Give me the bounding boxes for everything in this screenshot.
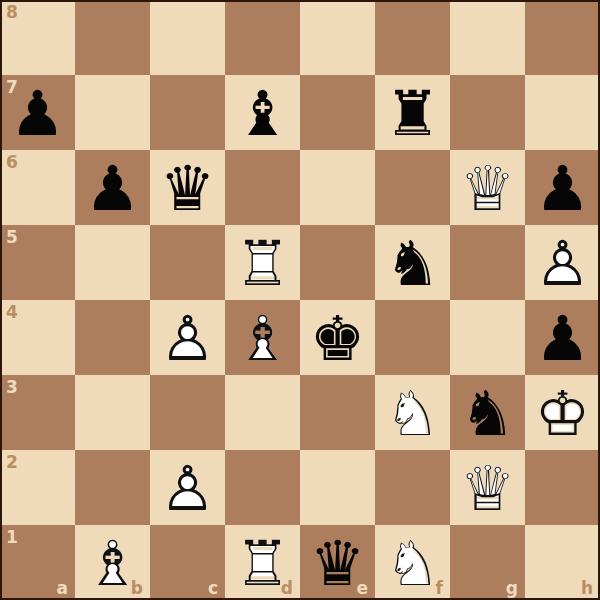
file-label-c: c — [208, 580, 218, 597]
square-g5[interactable] — [450, 225, 525, 300]
piece-black-pawn[interactable]: ♟ — [525, 150, 600, 225]
square-d7[interactable]: ♝ — [225, 75, 300, 150]
piece-black-king[interactable]: ♚ — [300, 300, 375, 375]
square-g8[interactable] — [450, 0, 525, 75]
file-label-h: h — [581, 580, 593, 597]
square-f3[interactable]: ♞♘ — [375, 375, 450, 450]
chess-board: 87♟♝♜6♟♛♛♕♟5♜♖♞♟♙4♟♙♝♗♚♟3♞♘♞♚♔2♟♙♛♕1ab♝♗… — [0, 0, 600, 600]
piece-white-king[interactable]: ♚♔ — [525, 375, 600, 450]
square-b3[interactable] — [75, 375, 150, 450]
black-knight-icon: ♞ — [375, 226, 450, 301]
square-h2[interactable] — [525, 450, 600, 525]
piece-white-bishop[interactable]: ♝♗ — [75, 525, 150, 600]
white-rook-outline-icon: ♖ — [225, 226, 300, 301]
square-h8[interactable] — [525, 0, 600, 75]
black-king-icon: ♚ — [300, 301, 375, 376]
square-f5[interactable]: ♞ — [375, 225, 450, 300]
square-h1[interactable]: h — [525, 525, 600, 600]
square-g4[interactable] — [450, 300, 525, 375]
square-d3[interactable] — [225, 375, 300, 450]
square-f4[interactable] — [375, 300, 450, 375]
black-queen-icon: ♛ — [300, 526, 375, 600]
white-knight-outline-icon: ♘ — [375, 376, 450, 451]
square-g6[interactable]: ♛♕ — [450, 150, 525, 225]
black-pawn-icon: ♟ — [0, 76, 75, 151]
square-a8[interactable]: 8 — [0, 0, 75, 75]
square-h7[interactable] — [525, 75, 600, 150]
piece-black-queen[interactable]: ♛ — [300, 525, 375, 600]
square-g7[interactable] — [450, 75, 525, 150]
square-a7[interactable]: 7♟ — [0, 75, 75, 150]
piece-white-pawn[interactable]: ♟♙ — [150, 450, 225, 525]
square-f2[interactable] — [375, 450, 450, 525]
square-a3[interactable]: 3 — [0, 375, 75, 450]
square-b2[interactable] — [75, 450, 150, 525]
square-a1[interactable]: 1a — [0, 525, 75, 600]
square-a6[interactable]: 6 — [0, 150, 75, 225]
chess-puzzle-screenshot: 87♟♝♜6♟♛♛♕♟5♜♖♞♟♙4♟♙♝♗♚♟3♞♘♞♚♔2♟♙♛♕1ab♝♗… — [0, 0, 600, 600]
square-b5[interactable] — [75, 225, 150, 300]
white-bishop-outline-icon: ♗ — [75, 526, 150, 600]
square-d8[interactable] — [225, 0, 300, 75]
square-e1[interactable]: e♛ — [300, 525, 375, 600]
rank-label-5: 5 — [6, 229, 18, 246]
piece-white-rook[interactable]: ♜♖ — [225, 525, 300, 600]
square-b1[interactable]: b♝♗ — [75, 525, 150, 600]
piece-white-knight[interactable]: ♞♘ — [375, 375, 450, 450]
square-h6[interactable]: ♟ — [525, 150, 600, 225]
square-c3[interactable] — [150, 375, 225, 450]
piece-white-bishop[interactable]: ♝♗ — [225, 300, 300, 375]
rank-label-2: 2 — [6, 454, 18, 471]
white-queen-outline-icon: ♕ — [450, 151, 525, 226]
file-label-g: g — [506, 580, 518, 597]
square-b7[interactable] — [75, 75, 150, 150]
piece-white-rook[interactable]: ♜♖ — [225, 225, 300, 300]
rank-label-4: 4 — [6, 304, 18, 321]
black-queen-icon: ♛ — [150, 151, 225, 226]
square-a4[interactable]: 4 — [0, 300, 75, 375]
square-e4[interactable]: ♚ — [300, 300, 375, 375]
square-c5[interactable] — [150, 225, 225, 300]
piece-black-knight[interactable]: ♞ — [375, 225, 450, 300]
piece-black-pawn[interactable]: ♟ — [525, 300, 600, 375]
piece-white-queen[interactable]: ♛♕ — [450, 150, 525, 225]
square-b8[interactable] — [75, 0, 150, 75]
file-label-a: a — [57, 580, 68, 597]
square-f7[interactable]: ♜ — [375, 75, 450, 150]
square-f1[interactable]: f♞♘ — [375, 525, 450, 600]
square-c4[interactable]: ♟♙ — [150, 300, 225, 375]
square-c1[interactable]: c — [150, 525, 225, 600]
square-b4[interactable] — [75, 300, 150, 375]
black-pawn-icon: ♟ — [525, 301, 600, 376]
square-h5[interactable]: ♟♙ — [525, 225, 600, 300]
square-h4[interactable]: ♟ — [525, 300, 600, 375]
white-pawn-outline-icon: ♙ — [150, 451, 225, 526]
square-b6[interactable]: ♟ — [75, 150, 150, 225]
square-e8[interactable] — [300, 0, 375, 75]
rank-label-1: 1 — [6, 529, 18, 546]
piece-black-queen[interactable]: ♛ — [150, 150, 225, 225]
square-d1[interactable]: d♜♖ — [225, 525, 300, 600]
piece-white-queen[interactable]: ♛♕ — [450, 450, 525, 525]
white-pawn-outline-icon: ♙ — [525, 226, 600, 301]
white-rook-outline-icon: ♖ — [225, 526, 300, 600]
white-bishop-outline-icon: ♗ — [225, 301, 300, 376]
square-a5[interactable]: 5 — [0, 225, 75, 300]
rank-label-8: 8 — [6, 4, 18, 21]
piece-black-pawn[interactable]: ♟ — [0, 75, 75, 150]
piece-white-pawn[interactable]: ♟♙ — [525, 225, 600, 300]
square-d5[interactable]: ♜♖ — [225, 225, 300, 300]
square-d2[interactable] — [225, 450, 300, 525]
square-c7[interactable] — [150, 75, 225, 150]
square-c2[interactable]: ♟♙ — [150, 450, 225, 525]
square-d6[interactable] — [225, 150, 300, 225]
piece-black-bishop[interactable]: ♝ — [225, 75, 300, 150]
square-g2[interactable]: ♛♕ — [450, 450, 525, 525]
piece-black-knight[interactable]: ♞ — [450, 375, 525, 450]
white-queen-outline-icon: ♕ — [450, 451, 525, 526]
white-knight-outline-icon: ♘ — [375, 526, 450, 600]
square-e5[interactable] — [300, 225, 375, 300]
square-e7[interactable] — [300, 75, 375, 150]
square-g1[interactable]: g — [450, 525, 525, 600]
square-g3[interactable]: ♞ — [450, 375, 525, 450]
white-pawn-outline-icon: ♙ — [150, 301, 225, 376]
square-d4[interactable]: ♝♗ — [225, 300, 300, 375]
square-e6[interactable] — [300, 150, 375, 225]
black-knight-icon: ♞ — [450, 376, 525, 451]
black-pawn-icon: ♟ — [525, 151, 600, 226]
white-king-outline-icon: ♔ — [525, 376, 600, 451]
piece-black-rook[interactable]: ♜ — [375, 75, 450, 150]
piece-black-pawn[interactable]: ♟ — [75, 150, 150, 225]
black-pawn-icon: ♟ — [75, 151, 150, 226]
square-h3[interactable]: ♚♔ — [525, 375, 600, 450]
square-c8[interactable] — [150, 0, 225, 75]
piece-white-pawn[interactable]: ♟♙ — [150, 300, 225, 375]
square-e3[interactable] — [300, 375, 375, 450]
square-f6[interactable] — [375, 150, 450, 225]
square-f8[interactable] — [375, 0, 450, 75]
square-a2[interactable]: 2 — [0, 450, 75, 525]
square-c6[interactable]: ♛ — [150, 150, 225, 225]
rank-label-3: 3 — [6, 379, 18, 396]
rank-label-6: 6 — [6, 154, 18, 171]
black-rook-icon: ♜ — [375, 76, 450, 151]
piece-white-knight[interactable]: ♞♘ — [375, 525, 450, 600]
square-e2[interactable] — [300, 450, 375, 525]
black-bishop-icon: ♝ — [225, 76, 300, 151]
